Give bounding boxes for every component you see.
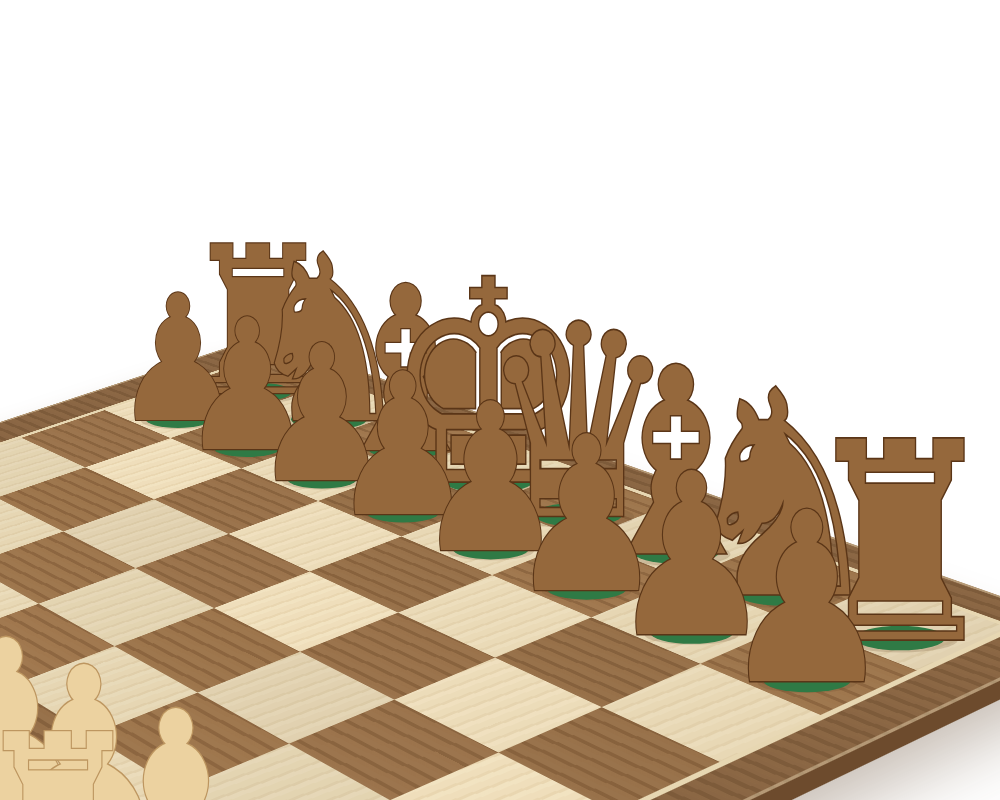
chess-set-photo: ♜♟♞♟♝♟♚♟♛♟♝♟♞♟♜♟♟♟♟♜ [0,0,1000,800]
chess-board [0,358,1000,800]
